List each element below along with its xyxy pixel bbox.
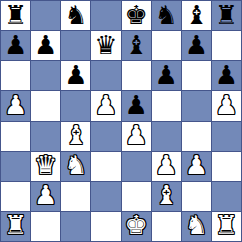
piece-white-queen: ♛ <box>34 152 57 178</box>
piece-black-pawn: ♟ <box>124 92 147 118</box>
square-g6[interactable] <box>182 61 211 90</box>
square-f2[interactable]: ♝ <box>152 182 181 211</box>
piece-white-pawn: ♟ <box>124 122 147 148</box>
square-h6[interactable]: ♟ <box>212 61 241 90</box>
square-e6[interactable] <box>122 61 151 90</box>
square-b7[interactable]: ♟ <box>31 31 60 60</box>
square-h3[interactable] <box>212 152 241 181</box>
square-c6[interactable]: ♟ <box>61 61 90 90</box>
piece-white-pawn: ♟ <box>4 92 27 118</box>
piece-black-bishop: ♝ <box>124 32 147 58</box>
square-c7[interactable] <box>61 31 90 60</box>
square-b1[interactable] <box>31 212 60 241</box>
square-a5[interactable]: ♟ <box>1 91 30 120</box>
square-d6[interactable] <box>91 61 120 90</box>
piece-black-pawn: ♟ <box>64 62 87 88</box>
piece-black-king: ♚ <box>124 2 147 28</box>
piece-white-rook: ♜ <box>4 212 27 238</box>
square-f3[interactable]: ♟ <box>152 152 181 181</box>
piece-white-knight: ♞ <box>64 152 87 178</box>
square-a8[interactable]: ♜ <box>1 1 30 30</box>
piece-black-rook: ♜ <box>4 2 27 28</box>
square-c8[interactable]: ♞ <box>61 1 90 30</box>
piece-white-pawn: ♟ <box>155 152 178 178</box>
piece-white-pawn: ♟ <box>215 92 238 118</box>
square-e7[interactable]: ♝ <box>122 31 151 60</box>
square-g7[interactable]: ♟ <box>182 31 211 60</box>
square-b3[interactable]: ♛ <box>31 152 60 181</box>
square-a4[interactable] <box>1 122 30 151</box>
square-h5[interactable]: ♟ <box>212 91 241 120</box>
square-g3[interactable]: ♟ <box>182 152 211 181</box>
square-h2[interactable] <box>212 182 241 211</box>
square-d8[interactable] <box>91 1 120 30</box>
piece-white-pawn: ♟ <box>94 92 117 118</box>
square-g4[interactable] <box>182 122 211 151</box>
square-f6[interactable]: ♟ <box>152 61 181 90</box>
square-b5[interactable] <box>31 91 60 120</box>
square-b4[interactable] <box>31 122 60 151</box>
square-g5[interactable] <box>182 91 211 120</box>
piece-black-rook: ♜ <box>215 2 238 28</box>
piece-black-pawn: ♟ <box>155 62 178 88</box>
square-f5[interactable] <box>152 91 181 120</box>
square-a2[interactable] <box>1 182 30 211</box>
square-h7[interactable] <box>212 31 241 60</box>
square-f8[interactable]: ♞ <box>152 1 181 30</box>
piece-white-pawn: ♟ <box>185 152 208 178</box>
piece-black-pawn: ♟ <box>4 32 27 58</box>
square-g1[interactable]: ♞ <box>182 212 211 241</box>
square-a7[interactable]: ♟ <box>1 31 30 60</box>
square-f4[interactable] <box>152 122 181 151</box>
piece-white-rook: ♜ <box>215 212 238 238</box>
square-d1[interactable] <box>91 212 120 241</box>
square-f1[interactable] <box>152 212 181 241</box>
square-e8[interactable]: ♚ <box>122 1 151 30</box>
square-g8[interactable]: ♝ <box>182 1 211 30</box>
square-c3[interactable]: ♞ <box>61 152 90 181</box>
square-d5[interactable]: ♟ <box>91 91 120 120</box>
square-d7[interactable]: ♛ <box>91 31 120 60</box>
piece-black-knight: ♞ <box>155 2 178 28</box>
square-e3[interactable] <box>122 152 151 181</box>
square-b6[interactable] <box>31 61 60 90</box>
square-d4[interactable] <box>91 122 120 151</box>
piece-black-pawn: ♟ <box>215 62 238 88</box>
square-e1[interactable]: ♚ <box>122 212 151 241</box>
square-e4[interactable]: ♟ <box>122 122 151 151</box>
square-e5[interactable]: ♟ <box>122 91 151 120</box>
piece-black-knight: ♞ <box>64 2 87 28</box>
piece-white-bishop: ♝ <box>64 122 87 148</box>
square-h4[interactable] <box>212 122 241 151</box>
square-c4[interactable]: ♝ <box>61 122 90 151</box>
square-d3[interactable] <box>91 152 120 181</box>
square-h8[interactable]: ♜ <box>212 1 241 30</box>
piece-white-pawn: ♟ <box>34 182 57 208</box>
square-e2[interactable] <box>122 182 151 211</box>
square-a6[interactable] <box>1 61 30 90</box>
square-c5[interactable] <box>61 91 90 120</box>
square-d2[interactable] <box>91 182 120 211</box>
piece-black-queen: ♛ <box>94 32 117 58</box>
piece-white-knight: ♞ <box>185 212 208 238</box>
square-g2[interactable] <box>182 182 211 211</box>
square-a3[interactable] <box>1 152 30 181</box>
square-b8[interactable] <box>31 1 60 30</box>
square-f7[interactable] <box>152 31 181 60</box>
piece-black-pawn: ♟ <box>185 32 208 58</box>
piece-black-pawn: ♟ <box>34 32 57 58</box>
piece-black-bishop: ♝ <box>185 2 208 28</box>
square-c2[interactable] <box>61 182 90 211</box>
square-b2[interactable]: ♟ <box>31 182 60 211</box>
piece-white-king: ♚ <box>124 212 147 238</box>
chess-board: ♜♞♚♞♝♜♟♟♛♝♟♟♟♟♟♟♟♟♝♟♛♞♟♟♟♝♜♚♞♜ <box>0 0 242 242</box>
piece-white-bishop: ♝ <box>155 182 178 208</box>
square-h1[interactable]: ♜ <box>212 212 241 241</box>
square-c1[interactable] <box>61 212 90 241</box>
square-a1[interactable]: ♜ <box>1 212 30 241</box>
